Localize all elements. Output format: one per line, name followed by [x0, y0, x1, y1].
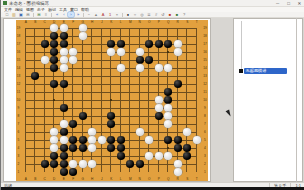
board-intersection[interactable] — [69, 120, 79, 128]
board-intersection[interactable] — [154, 72, 164, 80]
board-intersection[interactable] — [69, 80, 79, 88]
board-intersection[interactable] — [21, 128, 31, 136]
board-intersection[interactable] — [59, 168, 69, 176]
board-intersection[interactable] — [154, 152, 164, 160]
board-intersection[interactable] — [40, 160, 50, 168]
board-intersection[interactable] — [88, 48, 98, 56]
board-intersection[interactable] — [173, 48, 183, 56]
board-intersection[interactable] — [107, 72, 117, 80]
board-intersection[interactable] — [116, 128, 126, 136]
next-move-icon[interactable]: › — [68, 12, 74, 17]
board-intersection[interactable] — [21, 160, 31, 168]
board-intersection[interactable] — [97, 152, 107, 160]
board-intersection[interactable] — [78, 136, 88, 144]
board-intersection[interactable] — [135, 96, 145, 104]
board-intersection[interactable] — [97, 56, 107, 64]
board-intersection[interactable] — [21, 48, 31, 56]
board-intersection[interactable] — [21, 152, 31, 160]
black-stone-icon[interactable]: ● — [125, 12, 131, 17]
board-intersection[interactable] — [164, 120, 174, 128]
board-intersection[interactable] — [192, 120, 202, 128]
red-tool-icon[interactable]: ■ — [167, 12, 173, 17]
board-intersection[interactable] — [135, 112, 145, 120]
board-intersection[interactable] — [154, 128, 164, 136]
board-intersection[interactable] — [50, 24, 60, 32]
board-intersection[interactable] — [116, 136, 126, 144]
goban[interactable]: ABCDEFGHJKLMNOPQRST ABCDEFGHJKLMNOPQRST … — [16, 20, 208, 181]
board-intersection[interactable] — [154, 80, 164, 88]
board-intersection[interactable] — [69, 112, 79, 120]
board-intersection[interactable] — [116, 144, 126, 152]
board-intersection[interactable] — [126, 168, 136, 176]
board-intersection[interactable] — [59, 160, 69, 168]
board-intersection[interactable] — [107, 48, 117, 56]
board-intersection[interactable] — [97, 136, 107, 144]
board-intersection[interactable] — [126, 48, 136, 56]
board-intersection[interactable] — [173, 144, 183, 152]
board-intersection[interactable] — [183, 56, 193, 64]
board-intersection[interactable] — [135, 128, 145, 136]
board-intersection[interactable] — [145, 96, 155, 104]
board-intersection[interactable] — [31, 24, 41, 32]
board-intersection[interactable] — [21, 168, 31, 176]
board-intersection[interactable] — [126, 112, 136, 120]
board-intersection[interactable] — [88, 32, 98, 40]
board-intersection[interactable] — [21, 112, 31, 120]
board-intersection[interactable] — [145, 48, 155, 56]
board-intersection[interactable] — [116, 88, 126, 96]
board-intersection[interactable] — [145, 168, 155, 176]
board-intersection[interactable] — [31, 48, 41, 56]
board-intersection[interactable] — [31, 96, 41, 104]
board-intersection[interactable] — [40, 40, 50, 48]
board-intersection[interactable] — [31, 104, 41, 112]
board-intersection[interactable] — [97, 128, 107, 136]
help-icon[interactable]: ? — [181, 12, 187, 17]
board-intersection[interactable] — [126, 24, 136, 32]
board-intersection[interactable] — [164, 72, 174, 80]
board-intersection[interactable] — [88, 104, 98, 112]
board-intersection[interactable] — [88, 40, 98, 48]
board-intersection[interactable] — [69, 64, 79, 72]
board-intersection[interactable] — [116, 24, 126, 32]
board-intersection[interactable] — [192, 144, 202, 152]
board-intersection[interactable] — [69, 56, 79, 64]
board-intersection[interactable] — [88, 168, 98, 176]
board-intersection[interactable] — [31, 72, 41, 80]
board-intersection[interactable] — [154, 64, 164, 72]
board-intersection[interactable] — [173, 40, 183, 48]
board-intersection[interactable] — [154, 40, 164, 48]
maximize-button[interactable]: □ — [285, 0, 292, 7]
rotate-icon[interactable]: ↺ — [160, 12, 166, 17]
board-intersection[interactable] — [107, 128, 117, 136]
board-intersection[interactable] — [97, 32, 107, 40]
board-intersection[interactable] — [107, 144, 117, 152]
board-intersection[interactable] — [183, 40, 193, 48]
board-intersection[interactable] — [192, 152, 202, 160]
white-stone-icon[interactable]: ○ — [132, 12, 138, 17]
board-intersection[interactable] — [50, 120, 60, 128]
board-intersection[interactable] — [192, 136, 202, 144]
board-intersection[interactable] — [192, 104, 202, 112]
new-file-icon[interactable]: □ — [4, 12, 10, 17]
board-intersection[interactable] — [107, 120, 117, 128]
board-intersection[interactable] — [107, 96, 117, 104]
board-intersection[interactable] — [145, 144, 155, 152]
board-intersection[interactable] — [116, 72, 126, 80]
board-intersection[interactable] — [107, 56, 117, 64]
board-intersection[interactable] — [107, 88, 117, 96]
board-intersection[interactable] — [135, 136, 145, 144]
board-intersection[interactable] — [21, 24, 31, 32]
board-intersection[interactable] — [78, 168, 88, 176]
board-intersection[interactable] — [97, 48, 107, 56]
open-file-icon[interactable]: ▥ — [11, 12, 17, 17]
board-intersection[interactable] — [183, 120, 193, 128]
board-intersection[interactable] — [40, 48, 50, 56]
board-intersection[interactable] — [21, 96, 31, 104]
board-intersection[interactable] — [116, 152, 126, 160]
board-intersection[interactable] — [69, 152, 79, 160]
board-intersection[interactable] — [116, 40, 126, 48]
board-intersection[interactable] — [97, 144, 107, 152]
board-intersection[interactable] — [145, 152, 155, 160]
board-intersection[interactable] — [88, 72, 98, 80]
board-intersection[interactable] — [135, 80, 145, 88]
board-intersection[interactable] — [69, 48, 79, 56]
board-intersection[interactable] — [78, 112, 88, 120]
zoom-icon[interactable]: ◎ — [139, 12, 145, 17]
new-board-icon[interactable]: ⊞ — [36, 12, 42, 17]
last-move-icon[interactable]: » — [75, 12, 81, 17]
board-intersection[interactable] — [31, 120, 41, 128]
board-intersection[interactable] — [164, 32, 174, 40]
board-intersection[interactable] — [192, 64, 202, 72]
board-intersection[interactable] — [173, 112, 183, 120]
board-intersection[interactable] — [50, 168, 60, 176]
board-intersection[interactable] — [78, 96, 88, 104]
board-intersection[interactable] — [50, 144, 60, 152]
board-intersection[interactable] — [59, 136, 69, 144]
board-intersection[interactable] — [173, 24, 183, 32]
close-button[interactable]: ✕ — [296, 0, 303, 7]
board-intersection[interactable] — [164, 152, 174, 160]
board-intersection[interactable] — [183, 24, 193, 32]
board-intersection[interactable] — [183, 32, 193, 40]
board-intersection[interactable] — [69, 32, 79, 40]
board-intersection[interactable] — [192, 56, 202, 64]
board-intersection[interactable] — [164, 128, 174, 136]
board-intersection[interactable] — [154, 88, 164, 96]
board-intersection[interactable] — [78, 24, 88, 32]
board-intersection[interactable] — [59, 144, 69, 152]
board-intersection[interactable] — [164, 160, 174, 168]
board-intersection[interactable] — [183, 72, 193, 80]
board-intersection[interactable] — [154, 48, 164, 56]
board-intersection[interactable] — [183, 48, 193, 56]
board-intersection[interactable] — [40, 120, 50, 128]
board-intersection[interactable] — [97, 96, 107, 104]
board-intersection[interactable] — [21, 56, 31, 64]
board-intersection[interactable] — [183, 168, 193, 176]
board-intersection[interactable] — [173, 136, 183, 144]
board-intersection[interactable] — [50, 88, 60, 96]
board-intersection[interactable] — [145, 64, 155, 72]
board-intersection[interactable] — [126, 88, 136, 96]
board-intersection[interactable] — [154, 160, 164, 168]
board-intersection[interactable] — [107, 40, 117, 48]
board-intersection[interactable] — [78, 64, 88, 72]
board-intersection[interactable] — [145, 72, 155, 80]
board-intersection[interactable] — [88, 96, 98, 104]
coords-icon[interactable]: # — [153, 12, 159, 17]
board-intersection[interactable] — [31, 136, 41, 144]
tree-view-icon[interactable]: ≣ — [146, 12, 152, 17]
board-intersection[interactable] — [145, 160, 155, 168]
board-intersection[interactable] — [40, 88, 50, 96]
board-intersection[interactable] — [145, 112, 155, 120]
board-intersection[interactable] — [116, 112, 126, 120]
board-intersection[interactable] — [78, 104, 88, 112]
board-intersection[interactable] — [78, 32, 88, 40]
board-intersection[interactable] — [107, 136, 117, 144]
board-intersection[interactable] — [145, 128, 155, 136]
board-intersection[interactable] — [183, 64, 193, 72]
board-intersection[interactable] — [107, 24, 117, 32]
board-intersection[interactable] — [145, 56, 155, 64]
board-intersection[interactable] — [21, 40, 31, 48]
board-intersection[interactable] — [50, 136, 60, 144]
board-intersection[interactable] — [183, 112, 193, 120]
board-intersection[interactable] — [192, 32, 202, 40]
board-intersection[interactable] — [164, 144, 174, 152]
board-intersection[interactable] — [192, 48, 202, 56]
board-intersection[interactable] — [135, 56, 145, 64]
board-intersection[interactable] — [135, 24, 145, 32]
board-intersection[interactable] — [135, 144, 145, 152]
triangle-mark-icon[interactable]: ▲ — [93, 12, 99, 17]
board-intersection[interactable] — [40, 136, 50, 144]
board-intersection[interactable] — [88, 112, 98, 120]
board-intersection[interactable] — [192, 80, 202, 88]
board-intersection[interactable] — [154, 120, 164, 128]
board-intersection[interactable] — [116, 32, 126, 40]
board-intersection[interactable] — [31, 80, 41, 88]
board-intersection[interactable] — [21, 72, 31, 80]
board-intersection[interactable] — [40, 112, 50, 120]
board-intersection[interactable] — [164, 80, 174, 88]
board-intersection[interactable] — [59, 104, 69, 112]
board-intersection[interactable] — [69, 88, 79, 96]
board-intersection[interactable] — [116, 168, 126, 176]
save-icon[interactable]: ▣ — [18, 12, 24, 17]
board-intersection[interactable] — [135, 48, 145, 56]
board-intersection[interactable] — [164, 96, 174, 104]
board-intersection[interactable] — [78, 128, 88, 136]
board-intersection[interactable] — [107, 80, 117, 88]
board-intersection[interactable] — [59, 112, 69, 120]
board-intersection[interactable] — [135, 32, 145, 40]
board-intersection[interactable] — [135, 72, 145, 80]
board-intersection[interactable] — [183, 136, 193, 144]
board-intersection[interactable] — [192, 88, 202, 96]
board-intersection[interactable] — [59, 120, 69, 128]
board-intersection[interactable] — [107, 112, 117, 120]
board-intersection[interactable] — [21, 32, 31, 40]
board-intersection[interactable] — [164, 168, 174, 176]
board-intersection[interactable] — [78, 152, 88, 160]
board-intersection[interactable] — [69, 40, 79, 48]
board-intersection[interactable] — [154, 104, 164, 112]
board-intersection[interactable] — [135, 120, 145, 128]
board-intersection[interactable] — [50, 40, 60, 48]
board-intersection[interactable] — [135, 168, 145, 176]
board-intersection[interactable] — [183, 88, 193, 96]
board-intersection[interactable] — [192, 160, 202, 168]
board-intersection[interactable] — [31, 144, 41, 152]
board-intersection[interactable] — [145, 120, 155, 128]
board-intersection[interactable] — [40, 72, 50, 80]
pass-icon[interactable]: − — [86, 12, 92, 17]
board-intersection[interactable] — [88, 88, 98, 96]
board-intersection[interactable] — [173, 56, 183, 64]
board-intersection[interactable] — [173, 72, 183, 80]
board-intersection[interactable] — [116, 104, 126, 112]
board-intersection[interactable] — [59, 40, 69, 48]
board-intersection[interactable] — [126, 136, 136, 144]
board-intersection[interactable] — [116, 64, 126, 72]
board-intersection[interactable] — [164, 104, 174, 112]
board-intersection[interactable] — [78, 40, 88, 48]
board-intersection[interactable] — [59, 24, 69, 32]
board-intersection[interactable] — [116, 80, 126, 88]
board-intersection[interactable] — [145, 88, 155, 96]
board-intersection[interactable] — [88, 120, 98, 128]
board-intersection[interactable] — [173, 128, 183, 136]
board-intersection[interactable] — [164, 64, 174, 72]
board-intersection[interactable] — [135, 104, 145, 112]
board-intersection[interactable] — [21, 144, 31, 152]
board-intersection[interactable] — [107, 64, 117, 72]
board-intersection[interactable] — [154, 56, 164, 64]
board-intersection[interactable] — [88, 136, 98, 144]
board-intersection[interactable] — [154, 144, 164, 152]
board-intersection[interactable] — [40, 56, 50, 64]
board-intersection[interactable] — [126, 160, 136, 168]
board-intersection[interactable] — [50, 56, 60, 64]
board-intersection[interactable] — [50, 160, 60, 168]
board-intersection[interactable] — [59, 80, 69, 88]
board-intersection[interactable] — [192, 72, 202, 80]
board-intersection[interactable] — [164, 136, 174, 144]
board-intersection[interactable] — [135, 152, 145, 160]
board-intersection[interactable] — [107, 160, 117, 168]
board-intersection[interactable] — [126, 144, 136, 152]
board-intersection[interactable] — [154, 168, 164, 176]
board-intersection[interactable] — [31, 32, 41, 40]
board-intersection[interactable] — [69, 72, 79, 80]
board-intersection[interactable] — [97, 24, 107, 32]
board-intersection[interactable] — [116, 160, 126, 168]
board-intersection[interactable] — [192, 168, 202, 176]
board-intersection[interactable] — [107, 168, 117, 176]
board-intersection[interactable] — [116, 96, 126, 104]
board-intersection[interactable] — [164, 88, 174, 96]
board-intersection[interactable] — [21, 104, 31, 112]
board-intersection[interactable] — [78, 88, 88, 96]
board-intersection[interactable] — [50, 72, 60, 80]
board-intersection[interactable] — [116, 120, 126, 128]
board-intersection[interactable] — [97, 160, 107, 168]
board-intersection[interactable] — [69, 96, 79, 104]
board-intersection[interactable] — [59, 128, 69, 136]
board-intersection[interactable] — [107, 152, 117, 160]
board-intersection[interactable] — [154, 112, 164, 120]
board-intersection[interactable] — [50, 104, 60, 112]
board-intersection[interactable] — [97, 88, 107, 96]
board-intersection[interactable] — [78, 144, 88, 152]
minimize-button[interactable]: ─ — [274, 0, 281, 7]
board-intersection[interactable] — [192, 128, 202, 136]
board-intersection[interactable] — [50, 112, 60, 120]
board-intersection[interactable] — [31, 152, 41, 160]
board-intersection[interactable] — [40, 64, 50, 72]
board-intersection[interactable] — [31, 56, 41, 64]
board-intersection[interactable] — [50, 96, 60, 104]
board-intersection[interactable] — [183, 152, 193, 160]
board-intersection[interactable] — [40, 32, 50, 40]
board-intersection[interactable] — [59, 96, 69, 104]
board-intersection[interactable] — [97, 64, 107, 72]
board-intersection[interactable] — [126, 72, 136, 80]
board-intersection[interactable] — [59, 64, 69, 72]
board-intersection[interactable] — [107, 104, 117, 112]
board-intersection[interactable] — [88, 144, 98, 152]
number-mark-icon[interactable]: 1 — [107, 12, 113, 17]
board-intersection[interactable] — [69, 144, 79, 152]
board-intersection[interactable] — [164, 56, 174, 64]
board-intersection[interactable] — [50, 64, 60, 72]
board-intersection[interactable] — [78, 48, 88, 56]
game-info-icon[interactable]: ≡ — [43, 12, 49, 17]
board-intersection[interactable] — [173, 88, 183, 96]
board-intersection[interactable] — [59, 72, 69, 80]
board-intersection[interactable] — [88, 56, 98, 64]
board-intersection[interactable] — [21, 136, 31, 144]
board-intersection[interactable] — [145, 24, 155, 32]
board-intersection[interactable] — [145, 104, 155, 112]
board-intersection[interactable] — [40, 24, 50, 32]
board-intersection[interactable] — [173, 120, 183, 128]
board-intersection[interactable] — [173, 168, 183, 176]
board-intersection[interactable] — [50, 48, 60, 56]
board-intersection[interactable] — [59, 56, 69, 64]
board-intersection[interactable] — [126, 64, 136, 72]
board-intersection[interactable] — [116, 56, 126, 64]
board-intersection[interactable] — [88, 64, 98, 72]
board-intersection[interactable] — [97, 112, 107, 120]
delete-icon[interactable]: × — [114, 12, 120, 17]
board-intersection[interactable] — [173, 152, 183, 160]
prev-move-icon[interactable]: ‹ — [61, 12, 67, 17]
board-intersection[interactable] — [164, 48, 174, 56]
board-intersection[interactable] — [173, 64, 183, 72]
board-intersection[interactable] — [78, 56, 88, 64]
board-intersection[interactable] — [40, 128, 50, 136]
board-intersection[interactable] — [21, 80, 31, 88]
board-intersection[interactable] — [78, 80, 88, 88]
